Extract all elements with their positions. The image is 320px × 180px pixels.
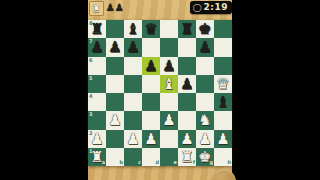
square-d1[interactable]: d (142, 148, 160, 166)
square-f1[interactable]: f♜ (178, 148, 196, 166)
captured-pieces-tray: ♟♟ (106, 2, 124, 14)
square-c4[interactable] (124, 93, 142, 111)
file-label-b: b (119, 160, 123, 165)
file-label-e: e (174, 160, 177, 165)
chess-board[interactable]: 8♜♝♛♜♚7♟♟♟♟6♟♟5♝♟♛4♝3♟♟♞2♟♟♟♟♟♟1a♜bcdef♜… (88, 20, 232, 166)
top-bar: ♜ ♟♟ ◯ 2:19 (88, 0, 232, 20)
square-d8[interactable]: ♛ (142, 20, 160, 38)
square-c1[interactable]: c (124, 148, 142, 166)
file-label-c: c (138, 160, 141, 165)
square-d3[interactable] (142, 111, 160, 129)
square-c6[interactable] (124, 57, 142, 75)
square-f2[interactable]: ♟ (178, 130, 196, 148)
piece-black-rook[interactable]: ♜ (178, 20, 196, 38)
square-b6[interactable] (106, 57, 124, 75)
piece-black-king[interactable]: ♚ (196, 20, 214, 38)
rank-label-4: 4 (89, 94, 92, 99)
square-a6[interactable]: 6 (88, 57, 106, 75)
file-label-a: a (102, 160, 105, 165)
square-e4[interactable] (160, 93, 178, 111)
square-g8[interactable]: ♚ (196, 20, 214, 38)
square-e1[interactable]: e (160, 148, 178, 166)
square-c3[interactable] (124, 111, 142, 129)
game-clock: ◯ 2:19 (190, 1, 232, 14)
app-viewport: ♜ ♟♟ ◯ 2:19 8♜♝♛♜♚7♟♟♟♟6♟♟5♝♟♛4♝3♟♟♞2♟♟♟… (0, 0, 320, 180)
piece-white-queen[interactable]: ♛ (214, 75, 232, 93)
player-avatar: ♜ (89, 1, 104, 16)
square-f6[interactable] (178, 57, 196, 75)
piece-black-queen[interactable]: ♛ (142, 20, 160, 38)
square-e3[interactable]: ♟ (160, 111, 178, 129)
square-a8[interactable]: 8♜ (88, 20, 106, 38)
square-a7[interactable]: 7♟ (88, 38, 106, 56)
square-e6[interactable]: ♟ (160, 57, 178, 75)
rank-label-8: 8 (89, 21, 92, 26)
square-g7[interactable]: ♟ (196, 38, 214, 56)
square-f3[interactable] (178, 111, 196, 129)
square-d5[interactable] (142, 75, 160, 93)
piece-black-pawn[interactable]: ♟ (160, 57, 178, 75)
piece-white-pawn[interactable]: ♟ (160, 111, 178, 129)
file-label-g: g (209, 160, 213, 165)
piece-white-pawn[interactable]: ♟ (178, 130, 196, 148)
piece-black-pawn[interactable]: ♟ (178, 75, 196, 93)
piece-black-pawn[interactable]: ♟ (106, 38, 124, 56)
letterbox-left (0, 0, 88, 180)
clock-icon: ◯ (193, 4, 202, 12)
square-a5[interactable]: 5 (88, 75, 106, 93)
square-c2[interactable]: ♟ (124, 130, 142, 148)
square-a4[interactable]: 4 (88, 93, 106, 111)
piece-black-pawn[interactable]: ♟ (124, 38, 142, 56)
piece-white-pawn[interactable]: ♟ (106, 111, 124, 129)
square-f8[interactable]: ♜ (178, 20, 196, 38)
piece-black-pawn[interactable]: ♟ (142, 57, 160, 75)
piece-white-knight[interactable]: ♞ (196, 111, 214, 129)
square-h4[interactable]: ♝ (214, 93, 232, 111)
piece-white-bishop[interactable]: ♝ (160, 75, 178, 93)
rank-label-2: 2 (89, 131, 92, 136)
square-d7[interactable] (142, 38, 160, 56)
square-e8[interactable] (160, 20, 178, 38)
square-h8[interactable] (214, 20, 232, 38)
square-c7[interactable]: ♟ (124, 38, 142, 56)
file-label-d: d (155, 160, 159, 165)
piece-black-bishop[interactable]: ♝ (214, 93, 232, 111)
rank-label-5: 5 (89, 76, 92, 81)
piece-black-pawn[interactable]: ♟ (196, 38, 214, 56)
square-g4[interactable] (196, 93, 214, 111)
rank-label-7: 7 (89, 39, 92, 44)
square-h3[interactable] (214, 111, 232, 129)
letterbox-right (232, 0, 320, 180)
square-c8[interactable]: ♝ (124, 20, 142, 38)
square-g6[interactable] (196, 57, 214, 75)
piece-white-pawn[interactable]: ♟ (124, 130, 142, 148)
square-e2[interactable] (160, 130, 178, 148)
square-b4[interactable] (106, 93, 124, 111)
square-b3[interactable]: ♟ (106, 111, 124, 129)
square-d6[interactable]: ♟ (142, 57, 160, 75)
game-area: ♜ ♟♟ ◯ 2:19 8♜♝♛♜♚7♟♟♟♟6♟♟5♝♟♛4♝3♟♟♞2♟♟♟… (88, 0, 232, 180)
white-rook-icon: ♜ (92, 4, 101, 14)
square-f7[interactable] (178, 38, 196, 56)
square-g1[interactable]: g♚ (196, 148, 214, 166)
square-b5[interactable] (106, 75, 124, 93)
square-b7[interactable]: ♟ (106, 38, 124, 56)
square-b1[interactable]: b (106, 148, 124, 166)
square-h5[interactable]: ♛ (214, 75, 232, 93)
square-f4[interactable] (178, 93, 196, 111)
square-f5[interactable]: ♟ (178, 75, 196, 93)
square-h7[interactable] (214, 38, 232, 56)
captured-black-pawn-icon: ♟ (115, 2, 124, 14)
piece-white-pawn[interactable]: ♟ (214, 130, 232, 148)
captured-black-pawn-icon: ♟ (106, 2, 115, 14)
square-a3[interactable]: 3 (88, 111, 106, 129)
file-label-h: h (227, 160, 231, 165)
square-d4[interactable] (142, 93, 160, 111)
square-a2[interactable]: 2♟ (88, 130, 106, 148)
square-e5[interactable]: ♝ (160, 75, 178, 93)
square-c5[interactable] (124, 75, 142, 93)
square-g3[interactable]: ♞ (196, 111, 214, 129)
square-b2[interactable] (106, 130, 124, 148)
square-h6[interactable] (214, 57, 232, 75)
square-e7[interactable] (160, 38, 178, 56)
clock-time: 2:19 (204, 3, 228, 12)
rank-label-6: 6 (89, 58, 92, 63)
square-a1[interactable]: 1a♜ (88, 148, 106, 166)
square-g2[interactable]: ♟ (196, 130, 214, 148)
piece-black-bishop[interactable]: ♝ (124, 20, 142, 38)
square-g5[interactable] (196, 75, 214, 93)
piece-white-pawn[interactable]: ♟ (142, 130, 160, 148)
square-h1[interactable]: h (214, 148, 232, 166)
square-h2[interactable]: ♟ (214, 130, 232, 148)
rank-label-1: 1 (89, 149, 92, 154)
square-b8[interactable] (106, 20, 124, 38)
square-d2[interactable]: ♟ (142, 130, 160, 148)
file-label-f: f (193, 160, 195, 165)
piece-white-pawn[interactable]: ♟ (196, 130, 214, 148)
rank-label-3: 3 (89, 112, 92, 117)
